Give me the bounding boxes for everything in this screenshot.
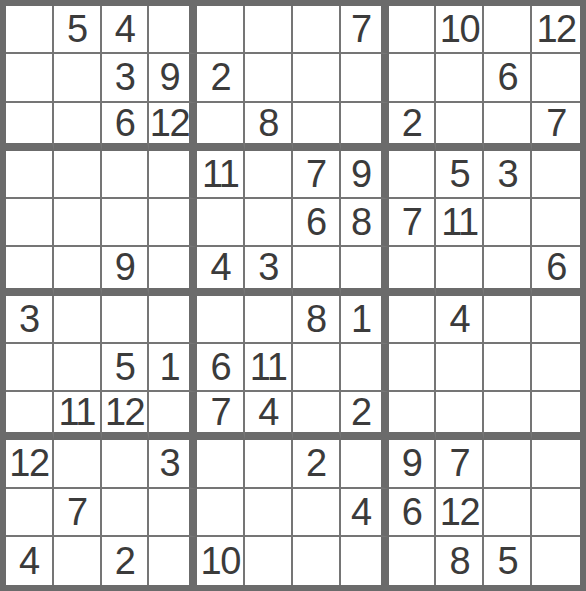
empty-cell-r1c1[interactable] xyxy=(6,6,54,54)
empty-cell-r2c2[interactable] xyxy=(54,54,102,102)
empty-cell-r6c4[interactable] xyxy=(149,247,197,295)
given-cell-r3c6: 8 xyxy=(245,103,293,151)
empty-cell-r1c11[interactable] xyxy=(484,6,532,54)
empty-cell-r6c7[interactable] xyxy=(293,247,341,295)
empty-cell-r8c7[interactable] xyxy=(293,344,341,392)
given-cell-r9c5: 7 xyxy=(197,392,245,440)
given-cell-r5c8: 8 xyxy=(341,199,389,247)
empty-cell-r8c8[interactable] xyxy=(341,344,389,392)
empty-cell-r2c12[interactable] xyxy=(532,54,580,102)
empty-cell-r8c11[interactable] xyxy=(484,344,532,392)
given-cell-r4c10: 5 xyxy=(436,151,484,199)
given-cell-r11c10: 12 xyxy=(436,489,484,537)
empty-cell-r2c7[interactable] xyxy=(293,54,341,102)
empty-cell-r8c9[interactable] xyxy=(389,344,437,392)
empty-cell-r3c10[interactable] xyxy=(436,103,484,151)
given-cell-r11c2: 7 xyxy=(54,489,102,537)
empty-cell-r6c10[interactable] xyxy=(436,247,484,295)
empty-cell-r6c9[interactable] xyxy=(389,247,437,295)
empty-cell-r4c12[interactable] xyxy=(532,151,580,199)
empty-cell-r7c6[interactable] xyxy=(245,296,293,344)
empty-cell-r12c9[interactable] xyxy=(389,537,437,585)
given-cell-r11c8: 4 xyxy=(341,489,389,537)
empty-cell-r9c1[interactable] xyxy=(6,392,54,440)
given-cell-r6c3: 9 xyxy=(102,247,150,295)
empty-cell-r10c11[interactable] xyxy=(484,440,532,488)
empty-cell-r11c6[interactable] xyxy=(245,489,293,537)
given-cell-r7c10: 4 xyxy=(436,296,484,344)
given-cell-r2c11: 6 xyxy=(484,54,532,102)
empty-cell-r7c2[interactable] xyxy=(54,296,102,344)
empty-cell-r4c2[interactable] xyxy=(54,151,102,199)
given-cell-r6c12: 6 xyxy=(532,247,580,295)
empty-cell-r3c8[interactable] xyxy=(341,103,389,151)
empty-cell-r12c2[interactable] xyxy=(54,537,102,585)
empty-cell-r4c9[interactable] xyxy=(389,151,437,199)
empty-cell-r3c2[interactable] xyxy=(54,103,102,151)
given-cell-r6c5: 4 xyxy=(197,247,245,295)
empty-cell-r12c7[interactable] xyxy=(293,537,341,585)
given-cell-r7c7: 8 xyxy=(293,296,341,344)
empty-cell-r5c3[interactable] xyxy=(102,199,150,247)
empty-cell-r2c9[interactable] xyxy=(389,54,437,102)
empty-cell-r7c12[interactable] xyxy=(532,296,580,344)
empty-cell-r6c2[interactable] xyxy=(54,247,102,295)
given-cell-r8c3: 5 xyxy=(102,344,150,392)
empty-cell-r7c5[interactable] xyxy=(197,296,245,344)
given-cell-r3c9: 2 xyxy=(389,103,437,151)
empty-cell-r6c1[interactable] xyxy=(6,247,54,295)
empty-cell-r6c8[interactable] xyxy=(341,247,389,295)
empty-cell-r4c6[interactable] xyxy=(245,151,293,199)
empty-cell-r12c6[interactable] xyxy=(245,537,293,585)
empty-cell-r9c4[interactable] xyxy=(149,392,197,440)
given-cell-r4c8: 9 xyxy=(341,151,389,199)
given-cell-r8c6: 11 xyxy=(245,344,293,392)
empty-cell-r9c7[interactable] xyxy=(293,392,341,440)
empty-cell-r11c11[interactable] xyxy=(484,489,532,537)
empty-cell-r5c1[interactable] xyxy=(6,199,54,247)
empty-cell-r2c1[interactable] xyxy=(6,54,54,102)
empty-cell-r3c5[interactable] xyxy=(197,103,245,151)
empty-cell-r1c5[interactable] xyxy=(197,6,245,54)
given-cell-r10c9: 9 xyxy=(389,440,437,488)
given-cell-r1c10: 10 xyxy=(436,6,484,54)
given-cell-r6c6: 3 xyxy=(245,247,293,295)
empty-cell-r10c3[interactable] xyxy=(102,440,150,488)
given-cell-r3c4: 12 xyxy=(149,103,197,151)
given-cell-r9c3: 12 xyxy=(102,392,150,440)
sudoku-board: 5471012392661282711795368711943638145161… xyxy=(0,0,586,591)
empty-cell-r2c10[interactable] xyxy=(436,54,484,102)
given-cell-r4c5: 11 xyxy=(197,151,245,199)
empty-cell-r8c1[interactable] xyxy=(6,344,54,392)
empty-cell-r12c12[interactable] xyxy=(532,537,580,585)
empty-cell-r9c9[interactable] xyxy=(389,392,437,440)
given-cell-r5c9: 7 xyxy=(389,199,437,247)
given-cell-r10c1: 12 xyxy=(6,440,54,488)
empty-cell-r11c4[interactable] xyxy=(149,489,197,537)
empty-cell-r2c8[interactable] xyxy=(341,54,389,102)
empty-cell-r3c7[interactable] xyxy=(293,103,341,151)
given-cell-r10c10: 7 xyxy=(436,440,484,488)
empty-cell-r1c9[interactable] xyxy=(389,6,437,54)
given-cell-r12c11: 5 xyxy=(484,537,532,585)
empty-cell-r4c4[interactable] xyxy=(149,151,197,199)
given-cell-r9c8: 2 xyxy=(341,392,389,440)
given-cell-r2c3: 3 xyxy=(102,54,150,102)
empty-cell-r4c3[interactable] xyxy=(102,151,150,199)
empty-cell-r11c1[interactable] xyxy=(6,489,54,537)
empty-cell-r1c6[interactable] xyxy=(245,6,293,54)
given-cell-r2c5: 2 xyxy=(197,54,245,102)
empty-cell-r3c11[interactable] xyxy=(484,103,532,151)
empty-cell-r8c10[interactable] xyxy=(436,344,484,392)
given-cell-r10c7: 2 xyxy=(293,440,341,488)
empty-cell-r6c11[interactable] xyxy=(484,247,532,295)
given-cell-r12c10: 8 xyxy=(436,537,484,585)
given-cell-r9c2: 11 xyxy=(54,392,102,440)
given-cell-r7c8: 1 xyxy=(341,296,389,344)
empty-cell-r10c2[interactable] xyxy=(54,440,102,488)
empty-cell-r11c5[interactable] xyxy=(197,489,245,537)
empty-cell-r8c12[interactable] xyxy=(532,344,580,392)
empty-cell-r9c11[interactable] xyxy=(484,392,532,440)
given-cell-r1c3: 4 xyxy=(102,6,150,54)
given-cell-r5c7: 6 xyxy=(293,199,341,247)
given-cell-r10c4: 3 xyxy=(149,440,197,488)
empty-cell-r8c2[interactable] xyxy=(54,344,102,392)
empty-cell-r12c4[interactable] xyxy=(149,537,197,585)
empty-cell-r5c12[interactable] xyxy=(532,199,580,247)
empty-cell-r10c5[interactable] xyxy=(197,440,245,488)
given-cell-r4c7: 7 xyxy=(293,151,341,199)
empty-cell-r9c12[interactable] xyxy=(532,392,580,440)
given-cell-r1c12: 12 xyxy=(532,6,580,54)
given-cell-r3c3: 6 xyxy=(102,103,150,151)
empty-cell-r7c9[interactable] xyxy=(389,296,437,344)
given-cell-r12c1: 4 xyxy=(6,537,54,585)
empty-cell-r3c1[interactable] xyxy=(6,103,54,151)
empty-cell-r7c11[interactable] xyxy=(484,296,532,344)
given-cell-r7c1: 3 xyxy=(6,296,54,344)
given-cell-r8c5: 6 xyxy=(197,344,245,392)
given-cell-r2c4: 9 xyxy=(149,54,197,102)
empty-cell-r7c4[interactable] xyxy=(149,296,197,344)
empty-cell-r9c10[interactable] xyxy=(436,392,484,440)
given-cell-r1c8: 7 xyxy=(341,6,389,54)
given-cell-r3c12: 7 xyxy=(532,103,580,151)
empty-cell-r2c6[interactable] xyxy=(245,54,293,102)
empty-cell-r5c11[interactable] xyxy=(484,199,532,247)
empty-cell-r1c7[interactable] xyxy=(293,6,341,54)
empty-cell-r5c6[interactable] xyxy=(245,199,293,247)
empty-cell-r10c8[interactable] xyxy=(341,440,389,488)
empty-cell-r12c8[interactable] xyxy=(341,537,389,585)
empty-cell-r4c1[interactable] xyxy=(6,151,54,199)
given-cell-r11c9: 6 xyxy=(389,489,437,537)
given-cell-r5c10: 11 xyxy=(436,199,484,247)
empty-cell-r7c3[interactable] xyxy=(102,296,150,344)
empty-cell-r5c4[interactable] xyxy=(149,199,197,247)
empty-cell-r5c5[interactable] xyxy=(197,199,245,247)
empty-cell-r5c2[interactable] xyxy=(54,199,102,247)
given-cell-r4c11: 3 xyxy=(484,151,532,199)
empty-cell-r10c6[interactable] xyxy=(245,440,293,488)
given-cell-r1c2: 5 xyxy=(54,6,102,54)
given-cell-r9c6: 4 xyxy=(245,392,293,440)
given-cell-r12c3: 2 xyxy=(102,537,150,585)
empty-cell-r1c4[interactable] xyxy=(149,6,197,54)
empty-cell-r11c3[interactable] xyxy=(102,489,150,537)
empty-cell-r11c7[interactable] xyxy=(293,489,341,537)
given-cell-r8c4: 1 xyxy=(149,344,197,392)
empty-cell-r11c12[interactable] xyxy=(532,489,580,537)
given-cell-r12c5: 10 xyxy=(197,537,245,585)
empty-cell-r10c12[interactable] xyxy=(532,440,580,488)
